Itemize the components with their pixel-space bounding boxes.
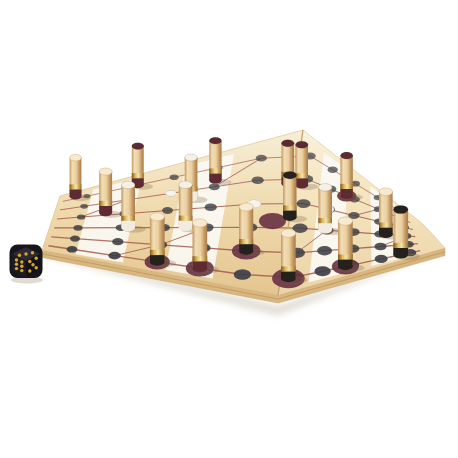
die-pip-right xyxy=(35,266,38,269)
peg-top xyxy=(99,168,112,175)
peg-gold-band xyxy=(193,256,208,261)
track-dot[interactable] xyxy=(112,238,123,245)
peg-bottom xyxy=(393,251,408,259)
track-dot[interactable] xyxy=(297,199,311,208)
die-pip-right xyxy=(28,269,31,272)
track-dot[interactable] xyxy=(374,243,386,251)
track-dot[interactable] xyxy=(108,252,120,260)
peg-top xyxy=(179,181,193,189)
peg-gold-band xyxy=(318,218,332,223)
product-photo-stage xyxy=(0,0,458,458)
peg-top xyxy=(283,172,296,179)
track-dot[interactable] xyxy=(315,266,331,276)
die-pip-top xyxy=(18,254,21,257)
track-dot[interactable] xyxy=(256,155,267,162)
peg-gold-band xyxy=(99,201,112,206)
peg-bottom xyxy=(99,209,112,216)
white-spot[interactable] xyxy=(166,190,176,196)
peg-top xyxy=(132,143,144,150)
peg-gold-band xyxy=(283,205,296,210)
die-pip-left xyxy=(15,267,18,270)
peg-top xyxy=(193,219,208,227)
board-scene xyxy=(0,0,458,458)
track-dot[interactable] xyxy=(73,225,82,231)
peg-bottom xyxy=(338,263,353,271)
track-dot[interactable] xyxy=(162,207,173,214)
peg-gold-band xyxy=(239,239,253,244)
track-dot[interactable] xyxy=(328,167,338,173)
peg-gold-band xyxy=(393,243,408,248)
peg-top xyxy=(281,229,296,237)
peg-bottom xyxy=(70,193,82,199)
peg-top xyxy=(296,141,309,148)
peg-gold-band xyxy=(295,173,308,178)
peg-top xyxy=(239,203,253,211)
peg-bottom xyxy=(296,182,309,189)
die-pip-right xyxy=(28,260,31,263)
peg-bottom xyxy=(283,214,296,221)
die-pip-right xyxy=(31,263,34,266)
peg-gold-band xyxy=(70,184,82,189)
track-dot[interactable] xyxy=(205,203,217,211)
peg-gold-band xyxy=(338,254,353,259)
peg-top xyxy=(70,154,82,161)
peg-bottom xyxy=(150,258,165,266)
track-dot[interactable] xyxy=(67,246,78,253)
peg-top xyxy=(282,140,295,147)
peg-top xyxy=(185,154,198,161)
die-pip-left xyxy=(15,258,18,261)
peg-top xyxy=(209,137,221,144)
peg-bottom xyxy=(121,224,135,231)
peg-bottom xyxy=(281,275,296,283)
die-pip-top xyxy=(31,251,34,254)
peg-top xyxy=(338,217,353,225)
peg-gold-band xyxy=(179,216,193,221)
peg-bottom xyxy=(193,264,208,272)
peg-top xyxy=(150,213,165,221)
track-dot[interactable] xyxy=(234,269,251,280)
peg-top xyxy=(341,152,353,159)
track-dot[interactable] xyxy=(70,236,80,242)
peg-gold-band xyxy=(209,168,221,173)
peg-top xyxy=(379,188,393,196)
die-pip-right xyxy=(35,257,38,260)
maroon-start-spot[interactable] xyxy=(259,213,286,229)
track-dot[interactable] xyxy=(80,204,88,209)
track-dot[interactable] xyxy=(317,246,332,255)
peg-gold-band xyxy=(379,223,393,228)
peg-gold-band xyxy=(150,250,165,255)
peg-top xyxy=(393,205,408,213)
die-pip-left xyxy=(15,263,18,266)
peg-bottom xyxy=(209,177,221,183)
peg-gold-band xyxy=(340,184,352,189)
peg-top xyxy=(121,181,135,189)
peg-bottom xyxy=(239,247,253,254)
peg-bottom xyxy=(179,224,193,231)
track-dot[interactable] xyxy=(170,174,179,180)
track-dot[interactable] xyxy=(375,255,388,263)
peg-gold-band xyxy=(281,266,296,271)
die-pip-left xyxy=(20,269,23,272)
track-dot[interactable] xyxy=(252,177,264,185)
die[interactable] xyxy=(10,245,44,284)
track-dot[interactable] xyxy=(77,214,85,219)
peg-bottom xyxy=(379,231,393,238)
die-pip-left xyxy=(20,265,23,268)
peg-bottom xyxy=(341,193,353,199)
peg-gold-band xyxy=(132,173,144,178)
die-pip-left xyxy=(20,260,23,263)
peg-top xyxy=(318,184,332,192)
peg-gold-band xyxy=(121,216,135,221)
peg-bottom xyxy=(318,227,332,234)
die-pip-top xyxy=(24,252,27,255)
